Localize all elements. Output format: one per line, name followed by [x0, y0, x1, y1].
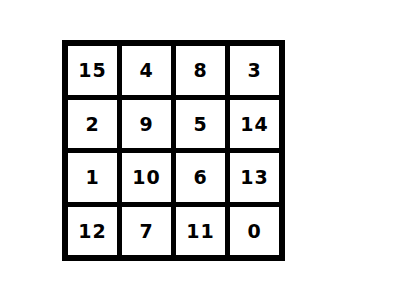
tile-r3c0[interactable]: 12: [68, 207, 117, 256]
tile-r1c3[interactable]: 14: [230, 100, 279, 149]
tile-r1c2[interactable]: 5: [176, 100, 225, 149]
tile-r0c3[interactable]: 3: [230, 46, 279, 95]
puzzle-board: 15 4 8 3 2 9 5 14 1 10 6 13 12 7 11 0: [62, 40, 285, 261]
tile-r3c2[interactable]: 11: [176, 207, 225, 256]
tile-r3c1[interactable]: 7: [122, 207, 171, 256]
tile-r2c3[interactable]: 13: [230, 153, 279, 202]
tile-r0c2[interactable]: 8: [176, 46, 225, 95]
tile-r3c3[interactable]: 0: [230, 207, 279, 256]
tile-r2c0[interactable]: 1: [68, 153, 117, 202]
page: 15 4 8 3 2 9 5 14 1 10 6 13 12 7 11 0: [0, 0, 400, 300]
tile-r1c0[interactable]: 2: [68, 100, 117, 149]
tile-r0c1[interactable]: 4: [122, 46, 171, 95]
tile-r0c0[interactable]: 15: [68, 46, 117, 95]
tile-r2c2[interactable]: 6: [176, 153, 225, 202]
tile-r2c1[interactable]: 10: [122, 153, 171, 202]
tile-r1c1[interactable]: 9: [122, 100, 171, 149]
